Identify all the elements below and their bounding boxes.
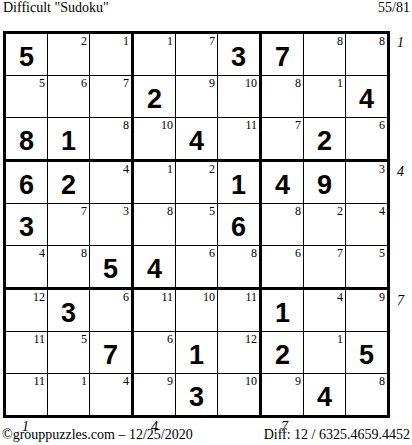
step-number: 2 — [81, 34, 87, 48]
cell-r8c4[interactable]: 6 — [134, 332, 176, 374]
footer: ©grouppuzzles.com – 12/25/2020 Diff: 12 … — [0, 427, 412, 443]
cell-r6c4[interactable]: 4 — [134, 246, 176, 290]
step-number: 1 — [167, 162, 173, 176]
cell-r9c2[interactable]: 1 — [48, 374, 90, 415]
step-number: 7 — [123, 76, 129, 90]
cell-r1c5[interactable]: 7 — [176, 34, 218, 76]
given-digit: 5 — [19, 39, 34, 71]
cell-r8c1[interactable]: 11 — [6, 332, 48, 374]
cell-r2c8[interactable]: 1 — [304, 76, 346, 118]
step-number: 1 — [337, 76, 343, 90]
given-digit: 3 — [189, 379, 204, 411]
cell-r6c7[interactable]: 6 — [262, 246, 304, 290]
step-number: 6 — [81, 76, 87, 90]
given-digit: 3 — [231, 39, 246, 71]
puzzle-title: Difficult "Sudoku" — [3, 0, 109, 16]
cell-r1c4[interactable]: 1 — [134, 34, 176, 76]
given-digit: 8 — [19, 123, 34, 155]
cell-r8c7[interactable]: 2 — [262, 332, 304, 374]
cell-r4c5[interactable]: 2 — [176, 162, 218, 204]
step-number: 11 — [161, 290, 173, 304]
cell-r1c7[interactable]: 7 — [262, 34, 304, 76]
cell-r7c4[interactable]: 11 — [134, 290, 176, 332]
cell-r1c6[interactable]: 3 — [218, 34, 262, 76]
step-number: 7 — [295, 118, 301, 132]
cell-r3c5[interactable]: 4 — [176, 118, 218, 162]
given-digit: 5 — [103, 251, 118, 283]
step-number: 10 — [245, 374, 257, 388]
given-digit: 1 — [275, 295, 290, 327]
cell-r3c1[interactable]: 8 — [6, 118, 48, 162]
cell-r9c3[interactable]: 4 — [90, 374, 134, 415]
cell-r7c8[interactable]: 4 — [304, 290, 346, 332]
cell-r5c6[interactable]: 6 — [218, 204, 262, 246]
cell-r4c3[interactable]: 4 — [90, 162, 134, 204]
given-digit: 2 — [147, 81, 162, 113]
cell-r1c8[interactable]: 8 — [304, 34, 346, 76]
cell-r5c3[interactable]: 3 — [90, 204, 134, 246]
cell-r9c5[interactable]: 3 — [176, 374, 218, 415]
given-digit: 1 — [61, 123, 76, 155]
step-number: 10 — [245, 76, 257, 90]
cell-r7c1[interactable]: 12 — [6, 290, 48, 332]
step-number: 8 — [167, 204, 173, 218]
copyright-text: ©grouppuzzles.com – 12/25/2020 — [0, 427, 193, 443]
step-number: 6 — [209, 246, 215, 260]
step-number: 2 — [209, 162, 215, 176]
step-number: 4 — [39, 246, 45, 260]
cell-r5c8[interactable]: 2 — [304, 204, 346, 246]
row-coordinate-1: 1 — [397, 36, 404, 50]
step-number: 11 — [33, 332, 45, 346]
cell-r7c5[interactable]: 10 — [176, 290, 218, 332]
cell-r8c6[interactable]: 12 — [218, 332, 262, 374]
puzzle-page: Difficult "Sudoku" 55/81 521173788567291… — [0, 0, 412, 445]
step-number: 7 — [209, 34, 215, 48]
cell-r2c9[interactable]: 4 — [346, 76, 387, 118]
cell-r4c4[interactable]: 1 — [134, 162, 176, 204]
difficulty-text: Diff: 12 / 6325.4659.4452 — [264, 427, 412, 443]
cell-r8c2[interactable]: 5 — [48, 332, 90, 374]
step-number: 6 — [123, 290, 129, 304]
step-number: 10 — [203, 290, 215, 304]
given-digit: 9 — [317, 167, 332, 199]
cell-r2c4[interactable]: 2 — [134, 76, 176, 118]
cell-r7c6[interactable]: 11 — [218, 290, 262, 332]
cell-r1c1[interactable]: 5 — [6, 34, 48, 76]
cell-r5c5[interactable]: 5 — [176, 204, 218, 246]
step-number: 1 — [81, 374, 87, 388]
row-coordinate-4: 4 — [397, 165, 404, 179]
given-digit: 6 — [231, 209, 246, 241]
cell-r7c2[interactable]: 3 — [48, 290, 90, 332]
cell-r6c8[interactable]: 7 — [304, 246, 346, 290]
step-number: 4 — [123, 374, 129, 388]
cell-r6c6[interactable]: 8 — [218, 246, 262, 290]
given-digit: 3 — [61, 295, 76, 327]
step-number: 11 — [245, 118, 257, 132]
step-number: 8 — [251, 246, 257, 260]
step-number: 1 — [123, 34, 129, 48]
step-number: 11 — [33, 374, 45, 388]
step-number: 8 — [123, 118, 129, 132]
cell-r8c5[interactable]: 1 — [176, 332, 218, 374]
cell-r1c2[interactable]: 2 — [48, 34, 90, 76]
step-number: 2 — [337, 204, 343, 218]
cell-r2c2[interactable]: 6 — [48, 76, 90, 118]
cell-r9c8[interactable]: 4 — [304, 374, 346, 415]
step-number: 5 — [81, 332, 87, 346]
step-number: 12 — [33, 290, 45, 304]
step-number: 4 — [379, 204, 385, 218]
step-number: 7 — [81, 204, 87, 218]
cell-r2c1[interactable]: 5 — [6, 76, 48, 118]
step-number: 5 — [379, 246, 385, 260]
given-digit: 6 — [19, 167, 34, 199]
step-number: 4 — [123, 162, 129, 176]
cell-r5c9[interactable]: 4 — [346, 204, 387, 246]
cell-r8c3[interactable]: 7 — [90, 332, 134, 374]
cell-r2c7[interactable]: 8 — [262, 76, 304, 118]
given-digit: 7 — [275, 39, 290, 71]
cell-r6c9[interactable]: 5 — [346, 246, 387, 290]
cell-r2c6[interactable]: 10 — [218, 76, 262, 118]
given-digit: 4 — [189, 123, 204, 155]
cell-r3c4[interactable]: 10 — [134, 118, 176, 162]
step-number: 8 — [379, 374, 385, 388]
cell-r7c3[interactable]: 6 — [90, 290, 134, 332]
step-number: 8 — [295, 76, 301, 90]
given-digit: 2 — [275, 337, 290, 369]
cell-r9c1[interactable]: 11 — [6, 374, 48, 415]
cell-r1c9[interactable]: 8 — [346, 34, 387, 76]
step-number: 12 — [245, 332, 257, 346]
given-digit: 2 — [317, 123, 332, 155]
cell-r3c7[interactable]: 7 — [262, 118, 304, 162]
step-number: 4 — [337, 290, 343, 304]
given-digit: 4 — [359, 81, 374, 113]
given-digit: 4 — [317, 379, 332, 411]
given-digit: 7 — [103, 337, 118, 369]
cell-r9c6[interactable]: 10 — [218, 374, 262, 415]
step-number: 9 — [295, 374, 301, 388]
cell-r2c3[interactable]: 7 — [90, 76, 134, 118]
step-number: 9 — [209, 76, 215, 90]
step-number: 8 — [295, 204, 301, 218]
given-digit: 3 — [19, 209, 34, 241]
row-coordinate-7: 7 — [397, 294, 404, 308]
sudoku-board: 5211737885672910814818104117266241214933… — [3, 31, 390, 418]
cells-remaining-counter: 55/81 — [378, 0, 410, 16]
cell-r3c3[interactable]: 8 — [90, 118, 134, 162]
cell-r6c3[interactable]: 5 — [90, 246, 134, 290]
step-number: 8 — [379, 34, 385, 48]
step-number: 5 — [39, 76, 45, 90]
cell-r9c9[interactable]: 8 — [346, 374, 387, 415]
given-digit: 1 — [189, 337, 204, 369]
cell-r6c1[interactable]: 4 — [6, 246, 48, 290]
cell-r3c8[interactable]: 2 — [304, 118, 346, 162]
cell-r9c7[interactable]: 9 — [262, 374, 304, 415]
cell-r5c7[interactable]: 8 — [262, 204, 304, 246]
cell-r3c2[interactable]: 1 — [48, 118, 90, 162]
step-number: 1 — [167, 34, 173, 48]
step-number: 6 — [295, 246, 301, 260]
cell-r3c6[interactable]: 11 — [218, 118, 262, 162]
step-number: 3 — [379, 162, 385, 176]
given-digit: 4 — [275, 167, 290, 199]
cell-r6c5[interactable]: 6 — [176, 246, 218, 290]
given-digit: 4 — [147, 251, 162, 283]
step-number: 8 — [81, 246, 87, 260]
cell-r9c4[interactable]: 9 — [134, 374, 176, 415]
step-number: 10 — [161, 118, 173, 132]
step-number: 9 — [379, 290, 385, 304]
cell-r4c1[interactable]: 6 — [6, 162, 48, 204]
cell-r7c7[interactable]: 1 — [262, 290, 304, 332]
cell-r5c4[interactable]: 8 — [134, 204, 176, 246]
cell-r2c5[interactable]: 9 — [176, 76, 218, 118]
given-digit: 5 — [359, 337, 374, 369]
step-number: 6 — [379, 118, 385, 132]
step-number: 5 — [209, 204, 215, 218]
cell-r4c8[interactable]: 9 — [304, 162, 346, 204]
cell-r4c6[interactable]: 1 — [218, 162, 262, 204]
step-number: 11 — [245, 290, 257, 304]
given-digit: 2 — [61, 167, 76, 199]
step-number: 9 — [167, 374, 173, 388]
cell-r8c9[interactable]: 5 — [346, 332, 387, 374]
cell-r1c3[interactable]: 1 — [90, 34, 134, 76]
cell-r4c7[interactable]: 4 — [262, 162, 304, 204]
cell-r4c9[interactable]: 3 — [346, 162, 387, 204]
step-number: 7 — [337, 246, 343, 260]
step-number: 1 — [337, 332, 343, 346]
step-number: 3 — [123, 204, 129, 218]
given-digit: 1 — [231, 167, 246, 199]
cell-r3c9[interactable]: 6 — [346, 118, 387, 162]
cell-r4c2[interactable]: 2 — [48, 162, 90, 204]
step-number: 6 — [167, 332, 173, 346]
cell-r6c2[interactable]: 8 — [48, 246, 90, 290]
cell-r5c1[interactable]: 3 — [6, 204, 48, 246]
step-number: 8 — [337, 34, 343, 48]
cell-r5c2[interactable]: 7 — [48, 204, 90, 246]
cell-r8c8[interactable]: 1 — [304, 332, 346, 374]
cell-r7c9[interactable]: 9 — [346, 290, 387, 332]
